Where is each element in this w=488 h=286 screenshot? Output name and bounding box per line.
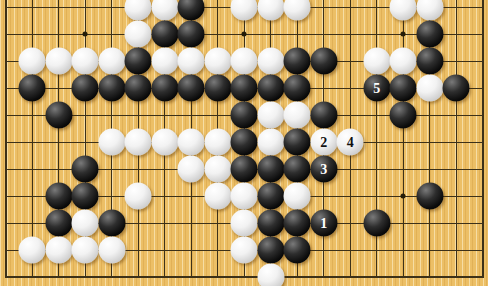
black-stone — [284, 129, 311, 156]
black-stone — [178, 0, 205, 21]
grid-line-vertical — [5, 0, 7, 278]
white-stone — [72, 210, 99, 237]
white-stone — [178, 48, 205, 75]
white-stone — [231, 48, 258, 75]
star-point — [83, 32, 88, 37]
move-number-label: 1 — [320, 216, 327, 230]
white-stone — [231, 237, 258, 264]
white-stone — [257, 129, 284, 156]
black-stone — [72, 156, 99, 183]
white-stone-move-4: 4 — [337, 129, 364, 156]
white-stone — [151, 48, 178, 75]
white-stone — [231, 210, 258, 237]
white-stone — [125, 21, 152, 48]
black-stone-move-1: 1 — [310, 210, 337, 237]
black-stone — [231, 75, 258, 102]
black-stone — [390, 102, 417, 129]
white-stone — [151, 129, 178, 156]
black-stone — [204, 75, 231, 102]
black-stone — [257, 210, 284, 237]
white-stone — [178, 156, 205, 183]
black-stone — [72, 183, 99, 210]
black-stone — [416, 48, 443, 75]
black-stone — [284, 210, 311, 237]
black-stone — [231, 102, 258, 129]
white-stone — [72, 48, 99, 75]
black-stone — [284, 237, 311, 264]
white-stone — [390, 48, 417, 75]
white-stone — [98, 48, 125, 75]
white-stone — [204, 183, 231, 210]
white-stone — [72, 237, 99, 264]
black-stone — [151, 21, 178, 48]
black-stone — [416, 21, 443, 48]
white-stone — [19, 237, 46, 264]
white-stone — [231, 0, 258, 21]
white-stone — [390, 0, 417, 21]
grid-line-vertical — [403, 0, 404, 278]
black-stone — [257, 156, 284, 183]
white-stone — [284, 183, 311, 210]
white-stone — [98, 129, 125, 156]
black-stone — [231, 156, 258, 183]
black-stone — [416, 183, 443, 210]
black-stone — [151, 75, 178, 102]
white-stone — [125, 183, 152, 210]
white-stone — [257, 48, 284, 75]
white-stone — [204, 156, 231, 183]
black-stone — [98, 210, 125, 237]
move-number-label: 4 — [347, 135, 354, 149]
go-app-window: 52431 — [0, 0, 488, 286]
black-stone — [443, 75, 470, 102]
white-stone — [204, 48, 231, 75]
white-stone — [125, 0, 152, 21]
white-stone — [151, 0, 178, 21]
black-stone — [310, 48, 337, 75]
black-stone — [178, 21, 205, 48]
black-stone — [284, 75, 311, 102]
star-point — [242, 32, 247, 37]
black-stone — [125, 75, 152, 102]
white-stone — [416, 75, 443, 102]
star-point — [401, 32, 406, 37]
white-stone — [257, 264, 284, 286]
black-stone — [72, 75, 99, 102]
white-stone — [204, 129, 231, 156]
black-stone — [390, 75, 417, 102]
white-stone — [178, 129, 205, 156]
grid-line-vertical — [456, 0, 457, 278]
white-stone — [125, 129, 152, 156]
black-stone — [178, 75, 205, 102]
black-stone — [284, 156, 311, 183]
white-stone — [45, 237, 72, 264]
white-stone — [45, 48, 72, 75]
grid-line-horizontal — [5, 276, 484, 278]
move-number-label: 3 — [320, 162, 327, 176]
black-stone — [231, 129, 258, 156]
black-stone-move-3: 3 — [310, 156, 337, 183]
white-stone — [284, 0, 311, 21]
white-stone — [98, 237, 125, 264]
black-stone — [125, 48, 152, 75]
black-stone — [98, 75, 125, 102]
black-stone-move-5: 5 — [363, 75, 390, 102]
white-stone — [284, 102, 311, 129]
white-stone — [363, 48, 390, 75]
grid-line-vertical — [482, 0, 484, 278]
black-stone — [45, 183, 72, 210]
white-stone — [231, 183, 258, 210]
black-stone — [257, 237, 284, 264]
move-number-label: 5 — [373, 81, 380, 95]
white-stone — [416, 0, 443, 21]
white-stone-move-2: 2 — [310, 129, 337, 156]
black-stone — [284, 48, 311, 75]
white-stone — [257, 102, 284, 129]
star-point — [401, 194, 406, 199]
go-board[interactable]: 52431 — [0, 0, 488, 286]
black-stone — [19, 75, 46, 102]
move-number-label: 2 — [320, 135, 327, 149]
black-stone — [257, 75, 284, 102]
black-stone — [310, 102, 337, 129]
black-stone — [45, 102, 72, 129]
white-stone — [257, 0, 284, 21]
black-stone — [257, 183, 284, 210]
black-stone — [363, 210, 390, 237]
black-stone — [45, 210, 72, 237]
white-stone — [19, 48, 46, 75]
